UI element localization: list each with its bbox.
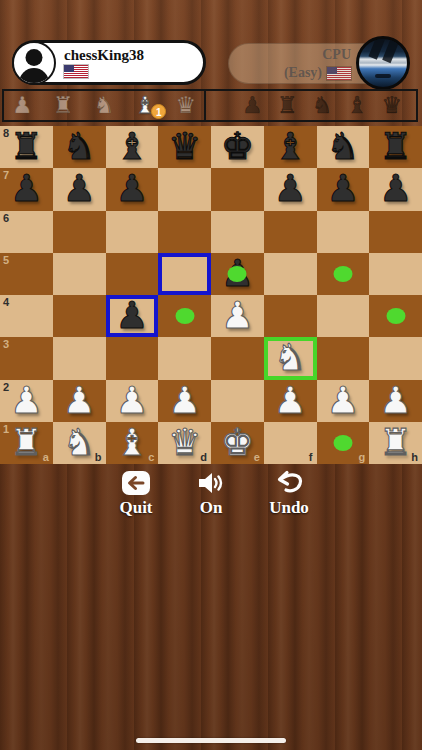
rank-label-2: 2: [3, 381, 9, 393]
quit-label: Quit: [100, 498, 172, 518]
black-rook: ♜: [379, 127, 412, 167]
undo-button[interactable]: Undo: [253, 469, 325, 518]
square-f6[interactable]: [264, 211, 317, 253]
cpu-avatar-icon: [356, 36, 410, 90]
square-f5[interactable]: [264, 253, 317, 295]
white-pawn: ♟: [326, 381, 359, 421]
rank-label-6: 6: [3, 212, 9, 224]
black-knight: ♞: [326, 127, 359, 167]
chess-board[interactable]: 8♜♞♝♛♚♝♞♜7♟♟♟♟♟♟65♟4♟♟3♞2♟♟♟♟♟♟♟1a♜b♞c♝d…: [0, 126, 422, 464]
undo-arrow-icon: [253, 469, 325, 497]
square-h3[interactable]: [369, 337, 422, 379]
square-b8[interactable]: ♞: [53, 126, 106, 168]
black-pawn: ♟: [10, 169, 43, 209]
square-a8[interactable]: 8♜: [0, 126, 53, 168]
square-a7[interactable]: 7♟: [0, 168, 53, 210]
legal-move-dot: [175, 308, 194, 324]
square-h7[interactable]: ♟: [369, 168, 422, 210]
tray-black-section: ♟♜♞♝♛: [204, 89, 418, 122]
white-pawn: ♟: [63, 381, 96, 421]
square-e2[interactable]: [211, 380, 264, 422]
square-c5[interactable]: [106, 253, 159, 295]
square-b2[interactable]: ♟: [53, 380, 106, 422]
square-a6[interactable]: 6: [0, 211, 53, 253]
square-g5[interactable]: [317, 253, 370, 295]
sound-toggle-button[interactable]: On: [175, 469, 247, 518]
file-label-d: d: [200, 451, 207, 463]
square-g6[interactable]: [317, 211, 370, 253]
tray-black-rook: ♜: [277, 94, 298, 117]
black-knight: ♞: [63, 127, 96, 167]
file-label-h: h: [411, 451, 418, 463]
tray-white-knight: ♞: [94, 94, 115, 117]
square-b6[interactable]: [53, 211, 106, 253]
square-e8[interactable]: ♚: [211, 126, 264, 168]
square-b1[interactable]: b♞: [53, 422, 106, 464]
legal-move-dot: [333, 266, 352, 282]
white-rook: ♜: [379, 423, 412, 463]
white-queen: ♛: [168, 423, 201, 463]
tray-white-pawn: ♟: [12, 94, 33, 117]
square-d3[interactable]: [158, 337, 211, 379]
us-flag-icon: [64, 65, 88, 78]
tray-black-bishop: ♝: [347, 94, 368, 117]
black-pawn: ♟: [63, 169, 96, 209]
square-a2[interactable]: 2♟: [0, 380, 53, 422]
white-pawn: ♟: [168, 381, 201, 421]
square-g8[interactable]: ♞: [317, 126, 370, 168]
square-b7[interactable]: ♟: [53, 168, 106, 210]
square-f2[interactable]: ♟: [264, 380, 317, 422]
black-pawn: ♟: [115, 169, 148, 209]
square-c8[interactable]: ♝: [106, 126, 159, 168]
app-screen: chessKing38 CPU (Easy) ♟♜♞♝1♛ ♟♜♞♝♛ 8♜♞♝…: [0, 0, 422, 750]
file-label-e: e: [254, 451, 260, 463]
cpu-level: (Easy): [284, 65, 322, 81]
black-pawn: ♟: [274, 169, 307, 209]
square-h2[interactable]: ♟: [369, 380, 422, 422]
square-h4[interactable]: [369, 295, 422, 337]
white-pawn: ♟: [221, 296, 254, 336]
human-player-pill: chessKing38: [12, 40, 206, 85]
square-f8[interactable]: ♝: [264, 126, 317, 168]
square-f1[interactable]: f: [264, 422, 317, 464]
file-label-g: g: [359, 451, 366, 463]
sound-state-label: On: [175, 498, 247, 518]
human-player-name: chessKing38: [64, 48, 144, 63]
square-e3[interactable]: [211, 337, 264, 379]
white-knight: ♞: [274, 338, 307, 378]
back-arrow-icon: [100, 469, 172, 497]
square-g4[interactable]: [317, 295, 370, 337]
cpu-name: CPU: [322, 47, 351, 63]
us-flag-icon: [327, 67, 351, 80]
square-d1[interactable]: d♛: [158, 422, 211, 464]
square-a4[interactable]: 4: [0, 295, 53, 337]
white-knight: ♞: [63, 423, 96, 463]
square-e7[interactable]: [211, 168, 264, 210]
square-f4[interactable]: [264, 295, 317, 337]
file-label-f: f: [309, 451, 313, 463]
square-b3[interactable]: [53, 337, 106, 379]
square-h8[interactable]: ♜: [369, 126, 422, 168]
white-pawn: ♟: [379, 381, 412, 421]
black-king: ♚: [221, 127, 254, 167]
square-b5[interactable]: [53, 253, 106, 295]
rank-label-7: 7: [3, 169, 9, 181]
black-pawn: ♟: [379, 169, 412, 209]
square-a1[interactable]: 1a♜: [0, 422, 53, 464]
legal-move-dot: [228, 266, 247, 282]
speaker-icon: [175, 469, 247, 497]
square-h1[interactable]: h♜: [369, 422, 422, 464]
white-pawn: ♟: [274, 381, 307, 421]
square-d8[interactable]: ♛: [158, 126, 211, 168]
quit-button[interactable]: Quit: [100, 469, 172, 518]
square-c3[interactable]: [106, 337, 159, 379]
square-g1[interactable]: g: [317, 422, 370, 464]
square-c7[interactable]: ♟: [106, 168, 159, 210]
file-label-c: c: [148, 451, 154, 463]
black-queen: ♛: [168, 127, 201, 167]
black-pawn: ♟: [326, 169, 359, 209]
legal-move-dot: [333, 435, 352, 451]
square-e6[interactable]: [211, 211, 264, 253]
square-b4[interactable]: [53, 295, 106, 337]
square-e4[interactable]: ♟: [211, 295, 264, 337]
square-c4[interactable]: ♟: [106, 295, 159, 337]
square-a5[interactable]: 5: [0, 253, 53, 295]
square-f3[interactable]: ♞: [264, 337, 317, 379]
tray-white-rook: ♜: [53, 94, 74, 117]
tray-white-bishop: ♝1: [135, 94, 156, 117]
rank-label-4: 4: [3, 296, 9, 308]
square-c1[interactable]: c♝: [106, 422, 159, 464]
square-c6[interactable]: [106, 211, 159, 253]
tray-white-queen: ♛: [175, 94, 196, 117]
black-bishop: ♝: [274, 127, 307, 167]
square-f7[interactable]: ♟: [264, 168, 317, 210]
square-e1[interactable]: e♚: [211, 422, 264, 464]
captured-count-badge: 1: [151, 104, 166, 119]
square-d7[interactable]: [158, 168, 211, 210]
tray-black-knight: ♞: [312, 94, 333, 117]
square-g3[interactable]: [317, 337, 370, 379]
undo-label: Undo: [253, 498, 325, 518]
tray-white-section: ♟♜♞♝1♛: [2, 89, 206, 122]
rank-label-3: 3: [3, 338, 9, 350]
white-king: ♚: [221, 423, 254, 463]
human-avatar-icon: [12, 41, 56, 85]
black-bishop: ♝: [115, 127, 148, 167]
black-pawn: ♟: [115, 296, 148, 336]
tray-black-pawn: ♟: [242, 94, 263, 117]
square-g7[interactable]: ♟: [317, 168, 370, 210]
rank-label-1: 1: [3, 423, 9, 435]
square-d5[interactable]: [158, 253, 211, 295]
tray-black-queen: ♛: [381, 94, 402, 117]
square-h6[interactable]: [369, 211, 422, 253]
square-e5[interactable]: ♟: [211, 253, 264, 295]
square-a3[interactable]: 3: [0, 337, 53, 379]
file-label-a: a: [43, 451, 49, 463]
square-d4[interactable]: [158, 295, 211, 337]
white-rook: ♜: [10, 423, 43, 463]
square-h5[interactable]: [369, 253, 422, 295]
rank-label-5: 5: [3, 254, 9, 266]
square-d2[interactable]: ♟: [158, 380, 211, 422]
captured-pieces-tray: ♟♜♞♝1♛ ♟♜♞♝♛: [2, 89, 420, 122]
white-bishop: ♝: [115, 423, 148, 463]
home-indicator[interactable]: [136, 738, 286, 743]
legal-move-dot: [386, 308, 405, 324]
white-pawn: ♟: [115, 381, 148, 421]
white-pawn: ♟: [10, 381, 43, 421]
square-g2[interactable]: ♟: [317, 380, 370, 422]
rank-label-8: 8: [3, 127, 9, 139]
black-rook: ♜: [10, 127, 43, 167]
square-d6[interactable]: [158, 211, 211, 253]
square-c2[interactable]: ♟: [106, 380, 159, 422]
